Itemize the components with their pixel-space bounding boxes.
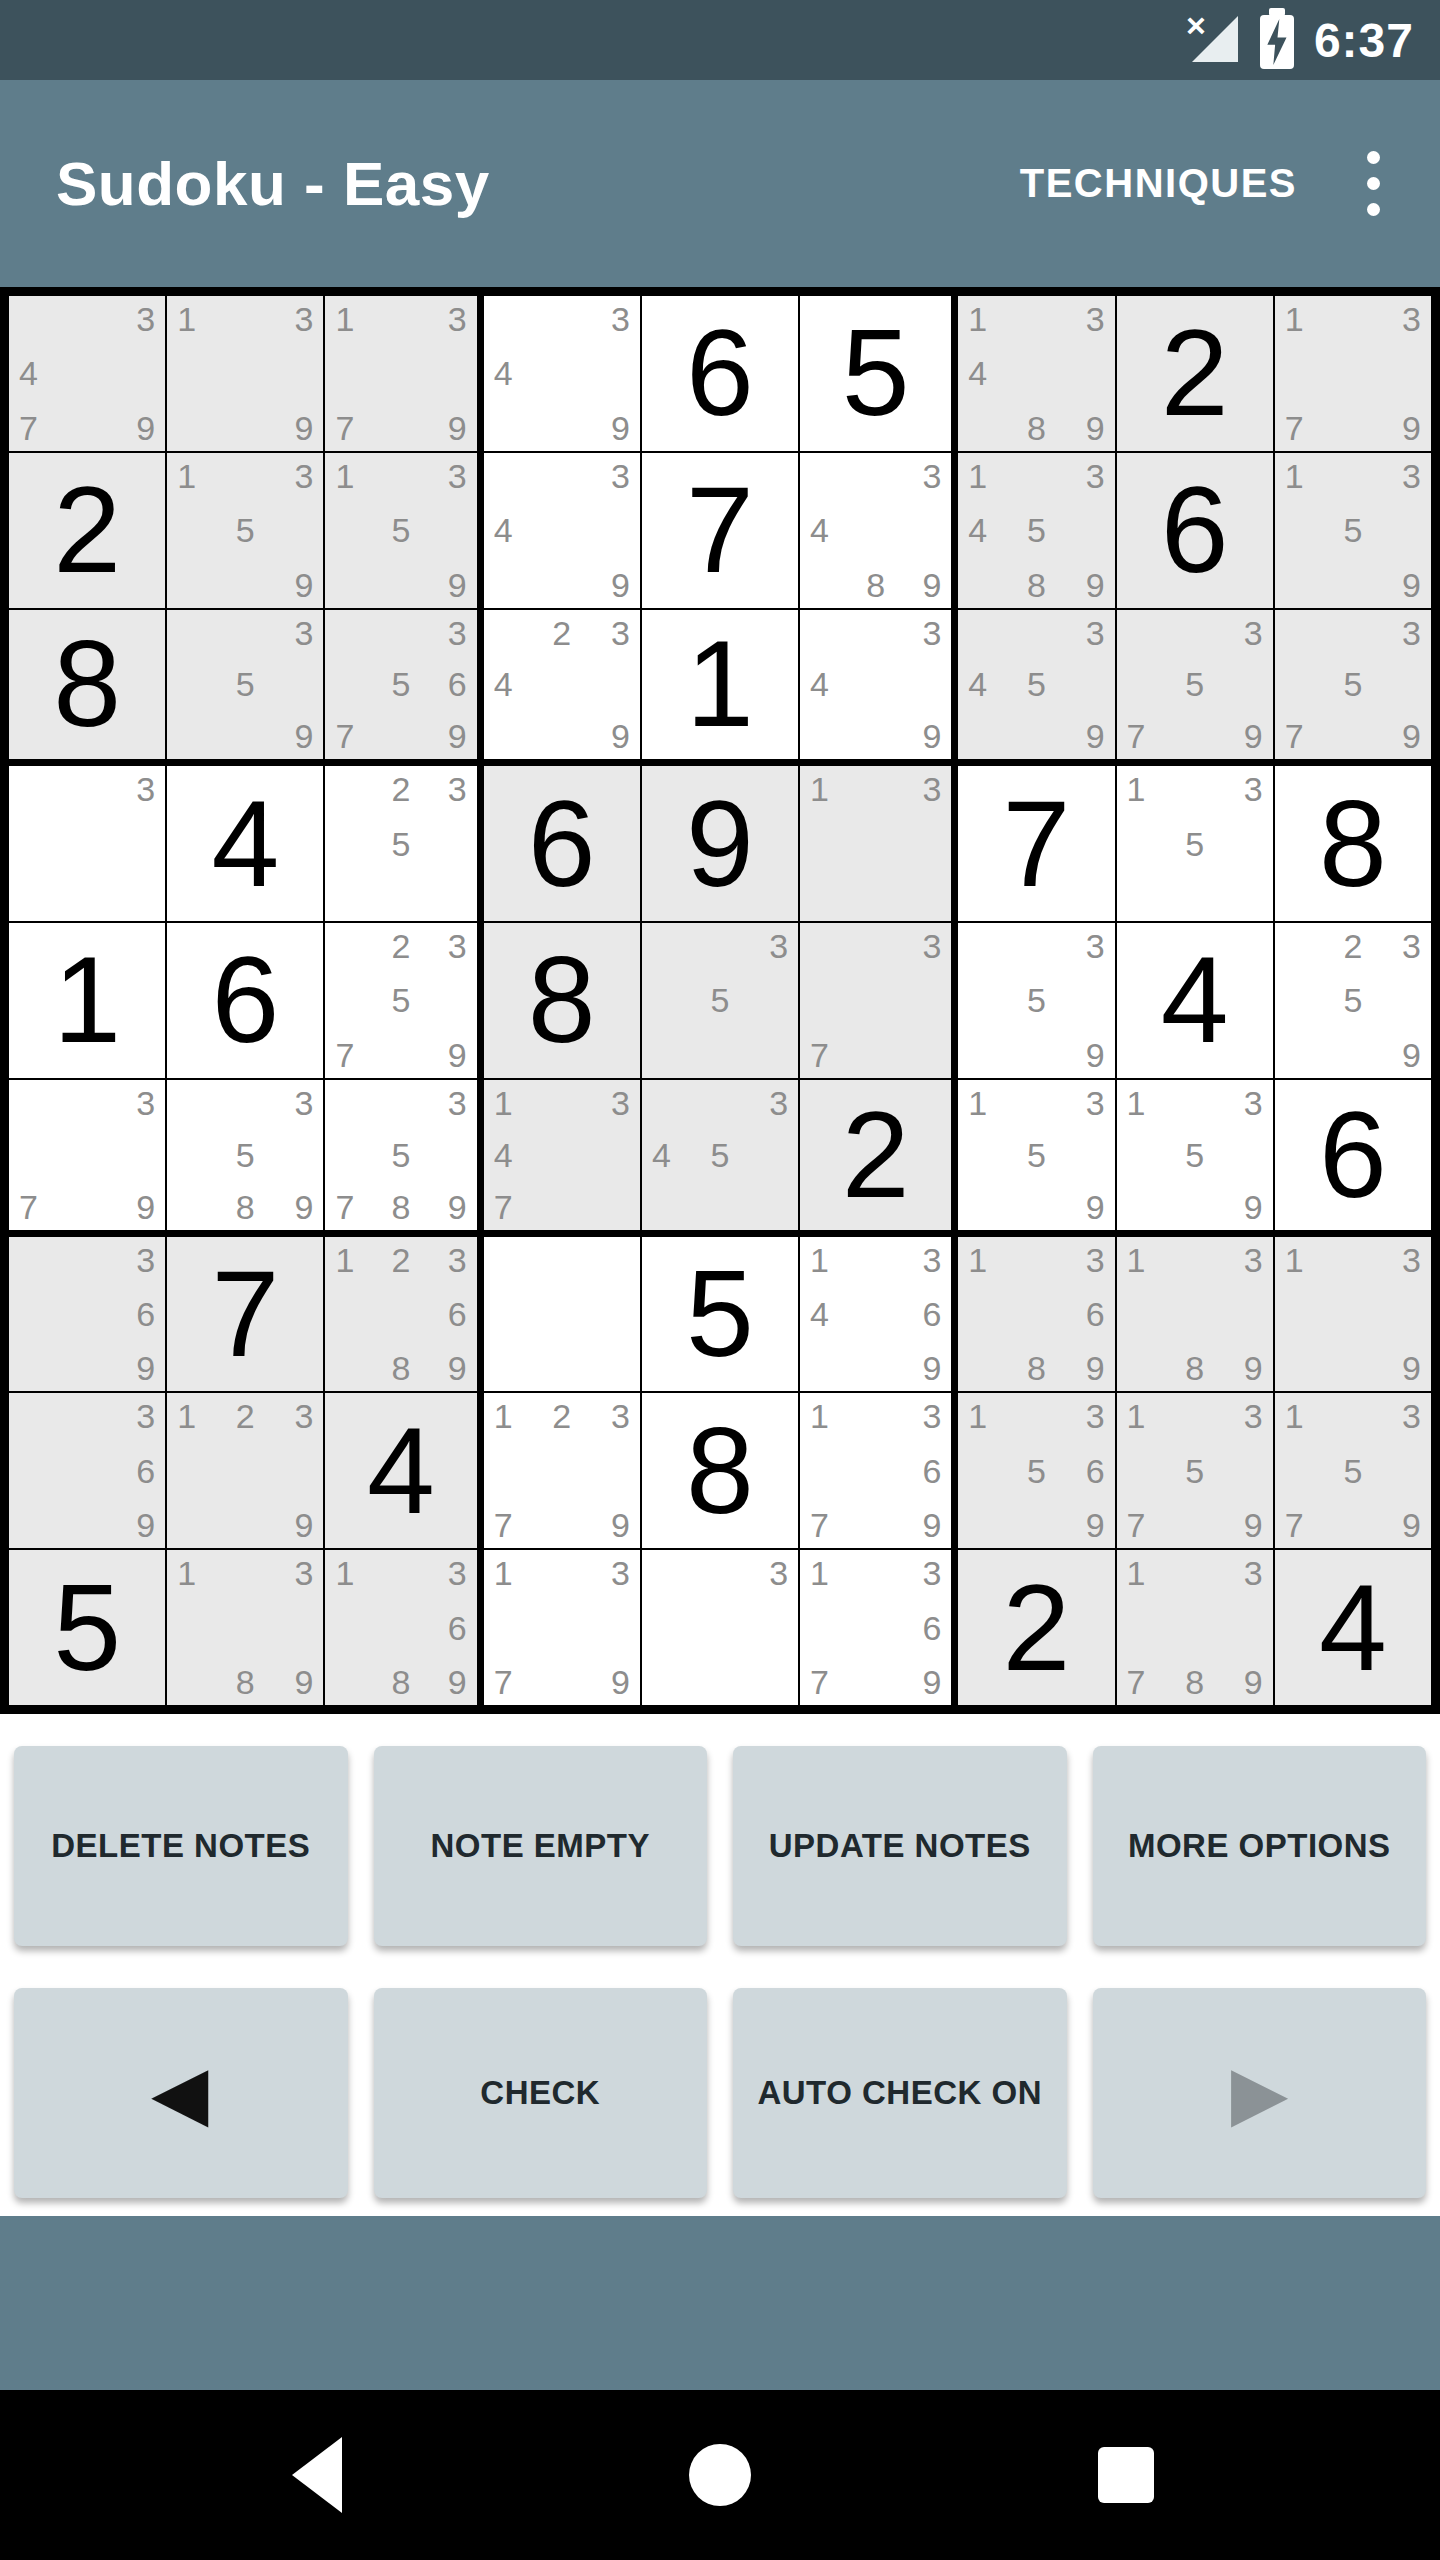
note-digit: 3 (1217, 1086, 1262, 1132)
note-digit: 3 (743, 1086, 788, 1132)
pencil-notes: 235 (335, 772, 466, 915)
cell-r2c5[interactable]: 7 (641, 452, 799, 609)
note-digit (1172, 1243, 1217, 1291)
note-digit: 5 (223, 1132, 268, 1178)
cell-r5c1[interactable]: 1 (8, 922, 166, 1079)
pencil-notes: 345 (652, 1086, 788, 1224)
cell-r2c1[interactable]: 2 (8, 452, 166, 609)
note-digit (268, 1447, 313, 1495)
note-digit (854, 868, 898, 916)
pencil-notes: 369 (19, 1399, 155, 1542)
note-digit (1059, 350, 1104, 398)
note-digit (898, 661, 942, 707)
phone-screen: × 6:37 Sudoku - Easy TECHNIQUES 34791391… (0, 0, 1440, 2560)
note-digit (494, 554, 539, 602)
note-digit (379, 350, 423, 398)
note-digit: 9 (1376, 1495, 1421, 1543)
note-digit (177, 1651, 222, 1699)
note-digit: 8 (1014, 397, 1059, 445)
android-nav-bar (0, 2390, 1440, 2560)
note-digit: 8 (379, 1651, 423, 1699)
cell-r9c7[interactable]: 2 (957, 1549, 1115, 1706)
note-digit (968, 1178, 1013, 1224)
note-digit (223, 459, 268, 507)
note-digit: 9 (423, 1024, 467, 1072)
cell-r5c4[interactable]: 8 (483, 922, 641, 1079)
note-digit (854, 459, 898, 507)
note-digit (854, 772, 898, 820)
techniques-button[interactable]: TECHNIQUES (1020, 161, 1297, 206)
cell-r7c1[interactable]: 369 (8, 1236, 166, 1393)
cell-r9c9[interactable]: 4 (1274, 1549, 1432, 1706)
more-options-button[interactable]: MORE OPTIONS (1093, 1746, 1427, 1946)
cell-value: 7 (1003, 783, 1071, 905)
note-digit: 5 (1330, 1447, 1375, 1495)
note-digit (379, 459, 423, 507)
note-digit: 8 (223, 1178, 268, 1224)
note-digit (1376, 661, 1421, 707)
recents-square-icon[interactable] (1098, 2447, 1154, 2503)
note-digit: 1 (1285, 459, 1330, 507)
cell-r5c2[interactable]: 6 (166, 922, 324, 1079)
note-digit (854, 616, 898, 662)
note-digit (223, 1604, 268, 1652)
note-digit: 3 (110, 1086, 155, 1132)
cell-r2c7[interactable]: 134589 (957, 452, 1115, 609)
note-digit (1014, 302, 1059, 350)
cell-r1c8[interactable]: 2 (1116, 295, 1274, 452)
note-digit (423, 1132, 467, 1178)
cell-r3c5[interactable]: 1 (641, 609, 799, 766)
back-triangle-icon[interactable] (292, 2437, 342, 2513)
note-digit: 1 (177, 302, 222, 350)
note-digit: 1 (177, 459, 222, 507)
note-digit (19, 302, 64, 350)
cell-r7c2[interactable]: 7 (166, 1236, 324, 1393)
note-digit (854, 1243, 898, 1291)
cell-r2c2[interactable]: 1359 (166, 452, 324, 609)
cell-r4c9[interactable]: 8 (1274, 765, 1432, 922)
note-digit (697, 1651, 742, 1699)
note-digit: 3 (110, 1399, 155, 1447)
note-digit: 9 (1217, 1651, 1262, 1699)
cell-r5c7[interactable]: 359 (957, 922, 1115, 1079)
note-digit (223, 397, 268, 445)
note-digit: 6 (1059, 1447, 1104, 1495)
note-digit: 7 (19, 397, 64, 445)
note-digit (810, 820, 854, 868)
cell-r3c7[interactable]: 3459 (957, 609, 1115, 766)
lightning-bolt-icon (1262, 19, 1292, 65)
note-digit (1330, 1495, 1375, 1543)
cell-r4c5[interactable]: 9 (641, 765, 799, 922)
pencil-notes: 1359 (177, 459, 313, 602)
note-digit (1127, 1604, 1172, 1652)
note-digit (584, 350, 629, 398)
pencil-notes: 359 (968, 929, 1104, 1072)
pencil-notes: 1359 (1127, 1086, 1263, 1224)
cell-r1c7[interactable]: 13489 (957, 295, 1115, 452)
home-circle-icon[interactable] (689, 2444, 751, 2506)
note-digit (539, 397, 584, 445)
note-digit: 3 (1376, 1399, 1421, 1447)
cell-value: 8 (53, 623, 121, 745)
cell-r7c8[interactable]: 1389 (1116, 1236, 1274, 1393)
note-digit (1059, 977, 1104, 1025)
button-panel: DELETE NOTES NOTE EMPTY UPDATE NOTES MOR… (0, 1714, 1440, 2198)
note-digit: 3 (268, 1399, 313, 1447)
note-digit (335, 506, 379, 554)
note-digit (854, 1024, 898, 1072)
cell-r6c4[interactable]: 1347 (483, 1079, 641, 1236)
cell-r3c6[interactable]: 349 (799, 609, 957, 766)
note-digit (19, 868, 64, 916)
overflow-dot (1367, 177, 1380, 190)
note-digit: 6 (1059, 1290, 1104, 1338)
pencil-notes: 3589 (177, 1086, 313, 1224)
cell-r6c2[interactable]: 3589 (166, 1079, 324, 1236)
note-digit: 5 (1014, 1447, 1059, 1495)
note-digit (697, 929, 742, 977)
note-digit: 7 (810, 1495, 854, 1543)
cell-r8c5[interactable]: 8 (641, 1392, 799, 1549)
note-digit: 6 (898, 1447, 942, 1495)
cell-r4c2[interactable]: 4 (166, 765, 324, 922)
note-digit (379, 1290, 423, 1338)
note-digit: 3 (1376, 616, 1421, 662)
button-row-notes: DELETE NOTES NOTE EMPTY UPDATE NOTES MOR… (14, 1746, 1426, 1946)
note-digit (1217, 868, 1262, 916)
pencil-notes: 1389 (177, 1556, 313, 1699)
cell-value: 4 (211, 783, 279, 905)
cell-r8c8[interactable]: 13579 (1116, 1392, 1274, 1549)
delete-notes-button[interactable]: DELETE NOTES (14, 1746, 348, 1946)
cell-r7c4[interactable] (483, 1236, 641, 1393)
note-digit: 1 (968, 1086, 1013, 1132)
note-digit: 8 (1014, 1338, 1059, 1386)
note-digit: 4 (810, 1290, 854, 1338)
pencil-notes: 379 (19, 1086, 155, 1224)
note-digit (539, 707, 584, 753)
note-digit (19, 1338, 64, 1386)
cell-r5c9[interactable]: 2359 (1274, 922, 1432, 1079)
note-digit: 1 (1127, 772, 1172, 820)
note-digit (1172, 1556, 1217, 1604)
cell-r6c1[interactable]: 379 (8, 1079, 166, 1236)
note-digit: 3 (898, 616, 942, 662)
no-signal-icon: × (1186, 12, 1240, 68)
auto-check-toggle-button[interactable]: AUTO CHECK ON (733, 1988, 1067, 2198)
previous-button[interactable]: ◀ (14, 1988, 348, 2198)
cell-r6c9[interactable]: 6 (1274, 1079, 1432, 1236)
cell-r2c8[interactable]: 6 (1116, 452, 1274, 609)
note-digit (223, 707, 268, 753)
note-digit (810, 977, 854, 1025)
note-digit (223, 554, 268, 602)
note-digit: 3 (584, 459, 629, 507)
note-digit (223, 302, 268, 350)
note-digit (1014, 1399, 1059, 1447)
cell-r4c8[interactable]: 135 (1116, 765, 1274, 922)
cell-r9c1[interactable]: 5 (8, 1549, 166, 1706)
pencil-notes: 349 (494, 302, 630, 445)
note-digit: 3 (1376, 1243, 1421, 1291)
note-digit (1285, 929, 1330, 977)
cell-r3c3[interactable]: 35679 (324, 609, 482, 766)
note-digit (494, 1604, 539, 1652)
pencil-notes: 369 (19, 1243, 155, 1386)
cell-r9c3[interactable]: 13689 (324, 1549, 482, 1706)
note-digit (177, 1495, 222, 1543)
note-digit (223, 1447, 268, 1495)
note-digit: 3 (898, 772, 942, 820)
next-button[interactable]: ▶ (1093, 1988, 1427, 2198)
note-digit (19, 1290, 64, 1338)
note-digit (335, 977, 379, 1025)
cell-r2c6[interactable]: 3489 (799, 452, 957, 609)
pencil-notes: 3489 (810, 459, 941, 602)
note-digit (1217, 1132, 1262, 1178)
cell-r9c8[interactable]: 13789 (1116, 1549, 1274, 1706)
cell-r4c1[interactable]: 3 (8, 765, 166, 922)
note-digit: 3 (423, 1243, 467, 1291)
cell-r3c2[interactable]: 359 (166, 609, 324, 766)
note-digit: 3 (584, 1399, 629, 1447)
cell-r5c5[interactable]: 35 (641, 922, 799, 1079)
note-digit: 5 (379, 661, 423, 707)
cell-r7c3[interactable]: 123689 (324, 1236, 482, 1393)
cell-value: 5 (686, 1253, 754, 1375)
cell-r3c8[interactable]: 3579 (1116, 609, 1274, 766)
note-digit: 9 (1059, 554, 1104, 602)
note-digit (968, 554, 1013, 602)
note-digit: 9 (1059, 1495, 1104, 1543)
note-digit: 9 (1376, 1024, 1421, 1072)
cell-r1c6[interactable]: 5 (799, 295, 957, 452)
note-digit (423, 977, 467, 1025)
cell-r6c7[interactable]: 1359 (957, 1079, 1115, 1236)
note-digit (1127, 1290, 1172, 1338)
cell-r2c4[interactable]: 349 (483, 452, 641, 609)
note-digit: 2 (539, 1399, 584, 1447)
cell-r8c6[interactable]: 13679 (799, 1392, 957, 1549)
note-digit (968, 397, 1013, 445)
note-digit: 3 (423, 616, 467, 662)
note-digit: 3 (268, 616, 313, 662)
note-digit (1014, 1243, 1059, 1291)
note-digit: 1 (1285, 1399, 1330, 1447)
note-digit (584, 661, 629, 707)
note-digit (1127, 661, 1172, 707)
note-digit (177, 506, 222, 554)
cell-value: 8 (686, 1410, 754, 1532)
note-digit (810, 868, 854, 916)
note-digit (1014, 1024, 1059, 1072)
cell-value: 6 (1161, 469, 1229, 591)
note-digit (64, 1447, 109, 1495)
note-digit: 3 (423, 1556, 467, 1604)
cell-r4c4[interactable]: 6 (483, 765, 641, 922)
note-digit: 3 (584, 302, 629, 350)
check-button[interactable]: CHECK (374, 1988, 708, 2198)
note-digit (110, 868, 155, 916)
note-digit (19, 1132, 64, 1178)
note-digit (64, 1290, 109, 1338)
note-digit (1014, 707, 1059, 753)
note-digit: 7 (494, 1178, 539, 1224)
note-digit: 7 (810, 1024, 854, 1072)
note-digit (1330, 459, 1375, 507)
overflow-menu-button[interactable] (1359, 143, 1388, 224)
note-digit: 9 (1376, 1338, 1421, 1386)
cell-r7c9[interactable]: 139 (1274, 1236, 1432, 1393)
note-digit (19, 820, 64, 868)
note-digit (379, 1604, 423, 1652)
cell-r7c5[interactable]: 5 (641, 1236, 799, 1393)
cell-value: 4 (367, 1410, 435, 1532)
note-digit (539, 661, 584, 707)
note-digit: 7 (1285, 397, 1330, 445)
note-digit: 5 (1172, 820, 1217, 868)
note-digit (494, 397, 539, 445)
cell-r1c5[interactable]: 6 (641, 295, 799, 452)
note-digit (539, 1178, 584, 1224)
cell-r1c2[interactable]: 139 (166, 295, 324, 452)
cell-r4c7[interactable]: 7 (957, 765, 1115, 922)
cell-r2c3[interactable]: 1359 (324, 452, 482, 609)
note-digit: 7 (335, 1024, 379, 1072)
cell-r8c4[interactable]: 12379 (483, 1392, 641, 1549)
note-digit: 3 (1217, 1243, 1262, 1291)
note-digit: 3 (1059, 616, 1104, 662)
note-digit (1330, 397, 1375, 445)
pencil-notes: 13579 (1127, 1399, 1263, 1542)
cell-r1c3[interactable]: 1379 (324, 295, 482, 452)
app-bar: Sudoku - Easy TECHNIQUES (0, 80, 1440, 287)
note-digit: 4 (494, 1132, 539, 1178)
cell-r3c1[interactable]: 8 (8, 609, 166, 766)
cell-r1c9[interactable]: 1379 (1274, 295, 1432, 452)
cell-r8c2[interactable]: 1239 (166, 1392, 324, 1549)
note-digit (64, 1178, 109, 1224)
pencil-notes: 3479 (19, 302, 155, 445)
note-digit (539, 1651, 584, 1699)
note-digit: 9 (423, 707, 467, 753)
pencil-notes: 1379 (335, 302, 466, 445)
note-digit: 1 (1285, 302, 1330, 350)
cell-r4c6[interactable]: 13 (799, 765, 957, 922)
cell-r6c3[interactable]: 35789 (324, 1079, 482, 1236)
cell-r9c4[interactable]: 1379 (483, 1549, 641, 1706)
note-digit (743, 1178, 788, 1224)
cell-r7c6[interactable]: 13469 (799, 1236, 957, 1393)
update-notes-button[interactable]: UPDATE NOTES (733, 1746, 1067, 1946)
pencil-notes: 3579 (1285, 616, 1421, 754)
pencil-notes: 139 (1285, 1243, 1421, 1386)
note-digit (743, 1024, 788, 1072)
note-digit (1285, 661, 1330, 707)
cell-r8c7[interactable]: 13569 (957, 1392, 1115, 1549)
note-digit (1330, 350, 1375, 398)
cell-r8c1[interactable]: 369 (8, 1392, 166, 1549)
note-digit (697, 1556, 742, 1604)
note-digit: 9 (268, 707, 313, 753)
note-digit (898, 820, 942, 868)
note-digit (1014, 616, 1059, 662)
note-digit (584, 1178, 629, 1224)
cell-r5c8[interactable]: 4 (1116, 922, 1274, 1079)
pencil-notes: 1359 (968, 1086, 1104, 1224)
cell-r7c7[interactable]: 13689 (957, 1236, 1115, 1393)
note-digit (223, 350, 268, 398)
cell-r9c5[interactable]: 3 (641, 1549, 799, 1706)
cell-value: 9 (686, 783, 754, 905)
cell-r3c4[interactable]: 2349 (483, 609, 641, 766)
note-digit: 3 (268, 1556, 313, 1604)
cell-value: 8 (528, 939, 596, 1061)
background-band (0, 2216, 1440, 2390)
cell-r6c8[interactable]: 1359 (1116, 1079, 1274, 1236)
note-digit (379, 397, 423, 445)
note-digit: 3 (1059, 1243, 1104, 1291)
note-empty-button[interactable]: NOTE EMPTY (374, 1746, 708, 1946)
note-digit: 8 (854, 554, 898, 602)
cell-r1c1[interactable]: 3479 (8, 295, 166, 452)
note-digit: 9 (268, 1495, 313, 1543)
cell-value: 6 (1319, 1094, 1387, 1216)
note-digit (379, 554, 423, 602)
cell-r5c6[interactable]: 37 (799, 922, 957, 1079)
note-digit: 4 (968, 350, 1013, 398)
note-digit: 1 (810, 1556, 854, 1604)
note-digit (1285, 1338, 1330, 1386)
cell-r9c2[interactable]: 1389 (166, 1549, 324, 1706)
note-digit: 1 (177, 1399, 222, 1447)
note-digit (652, 977, 697, 1025)
cell-r4c3[interactable]: 235 (324, 765, 482, 922)
note-digit: 4 (652, 1132, 697, 1178)
cell-value: 1 (686, 623, 754, 745)
note-digit (968, 616, 1013, 662)
cell-r8c9[interactable]: 13579 (1274, 1392, 1432, 1549)
cell-r6c5[interactable]: 345 (641, 1079, 799, 1236)
cell-r3c9[interactable]: 3579 (1274, 609, 1432, 766)
note-digit: 5 (1172, 661, 1217, 707)
cell-r2c9[interactable]: 1359 (1274, 452, 1432, 609)
note-digit (810, 1338, 854, 1386)
note-digit: 1 (335, 459, 379, 507)
note-digit: 5 (1014, 977, 1059, 1025)
cell-r6c6[interactable]: 2 (799, 1079, 957, 1236)
note-digit (854, 1399, 898, 1447)
note-digit (810, 1604, 854, 1652)
cell-value: 5 (842, 312, 910, 434)
note-digit: 3 (1059, 929, 1104, 977)
note-digit: 9 (268, 1651, 313, 1699)
note-digit (652, 1604, 697, 1652)
note-digit (898, 1024, 942, 1072)
note-digit (1330, 1338, 1375, 1386)
cell-r1c4[interactable]: 349 (483, 295, 641, 452)
note-digit (268, 1132, 313, 1178)
cell-r5c3[interactable]: 23579 (324, 922, 482, 1079)
cell-r9c6[interactable]: 13679 (799, 1549, 957, 1706)
pencil-notes: 1347 (494, 1086, 630, 1224)
note-digit: 7 (335, 1178, 379, 1224)
note-digit (854, 1556, 898, 1604)
cell-r8c3[interactable]: 4 (324, 1392, 482, 1549)
note-digit: 1 (1285, 1243, 1330, 1291)
